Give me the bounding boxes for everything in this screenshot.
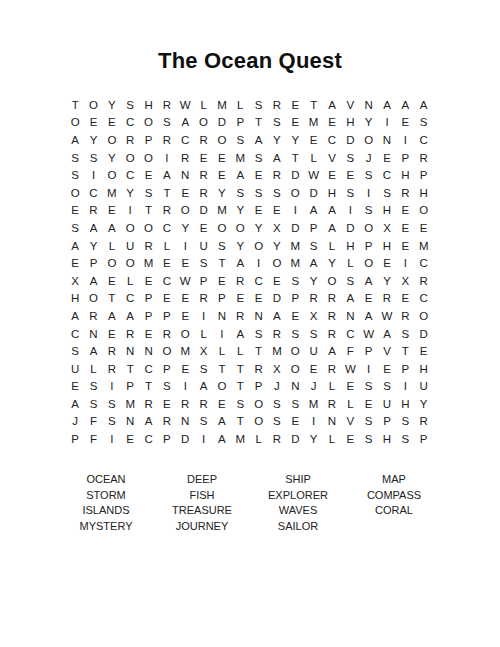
grid-cell-r5c16[interactable]: E [341, 166, 359, 184]
grid-cell-r2c9[interactable]: D [213, 114, 231, 132]
grid-cell-r1c3[interactable]: Y [103, 96, 121, 114]
grid-cell-r14c18[interactable]: A [378, 325, 396, 343]
grid-cell-r18c15[interactable]: R [323, 395, 341, 413]
grid-cell-r12c18[interactable]: R [378, 290, 396, 308]
grid-cell-r18c13[interactable]: S [286, 395, 304, 413]
grid-cell-r8c2[interactable]: A [84, 219, 102, 237]
grid-cell-r20c19[interactable]: S [396, 430, 414, 448]
grid-cell-r4c3[interactable]: Y [103, 149, 121, 167]
grid-cell-r18c4[interactable]: M [121, 395, 139, 413]
grid-cell-r6c15[interactable]: H [323, 184, 341, 202]
grid-cell-r15c17[interactable]: P [360, 342, 378, 360]
grid-cell-r12c9[interactable]: P [213, 290, 231, 308]
grid-cell-r2c3[interactable]: E [103, 114, 121, 132]
grid-cell-r15c14[interactable]: U [304, 342, 322, 360]
grid-cell-r18c20[interactable]: Y [415, 395, 433, 413]
grid-cell-r6c3[interactable]: M [103, 184, 121, 202]
grid-cell-r3c15[interactable]: C [323, 131, 341, 149]
grid-cell-r12c20[interactable]: C [415, 290, 433, 308]
grid-cell-r2c8[interactable]: O [194, 114, 212, 132]
grid-cell-r1c20[interactable]: A [415, 96, 433, 114]
grid-cell-r20c8[interactable]: I [194, 430, 212, 448]
grid-cell-r15c2[interactable]: A [84, 342, 102, 360]
grid-cell-r5c20[interactable]: P [415, 166, 433, 184]
grid-cell-r7c14[interactable]: A [304, 202, 322, 220]
grid-cell-r9c2[interactable]: Y [84, 237, 102, 255]
grid-cell-r20c18[interactable]: H [378, 430, 396, 448]
grid-cell-r19c11[interactable]: O [249, 413, 267, 431]
grid-cell-r5c19[interactable]: H [396, 166, 414, 184]
grid-cell-r19c15[interactable]: N [323, 413, 341, 431]
grid-cell-r10c10[interactable]: A [231, 254, 249, 272]
grid-cell-r14c3[interactable]: E [103, 325, 121, 343]
grid-cell-r6c18[interactable]: S [378, 184, 396, 202]
grid-cell-r16c11[interactable]: R [249, 360, 267, 378]
grid-cell-r11c11[interactable]: C [249, 272, 267, 290]
grid-cell-r13c2[interactable]: R [84, 307, 102, 325]
grid-cell-r16c2[interactable]: L [84, 360, 102, 378]
grid-cell-r14c1[interactable]: C [66, 325, 84, 343]
grid-cell-r11c10[interactable]: R [231, 272, 249, 290]
grid-cell-r16c18[interactable]: E [378, 360, 396, 378]
grid-cell-r10c16[interactable]: L [341, 254, 359, 272]
grid-cell-r20c11[interactable]: L [249, 430, 267, 448]
grid-cell-r15c7[interactable]: M [176, 342, 194, 360]
grid-cell-r20c3[interactable]: I [103, 430, 121, 448]
grid-cell-r14c12[interactable]: R [268, 325, 286, 343]
grid-cell-r11c6[interactable]: C [158, 272, 176, 290]
grid-cell-r7c6[interactable]: R [158, 202, 176, 220]
grid-cell-r7c1[interactable]: E [66, 202, 84, 220]
grid-cell-r5c17[interactable]: S [360, 166, 378, 184]
grid-cell-r7c2[interactable]: R [84, 202, 102, 220]
grid-cell-r17c17[interactable]: S [360, 378, 378, 396]
grid-cell-r3c11[interactable]: A [249, 131, 267, 149]
grid-cell-r9c17[interactable]: P [360, 237, 378, 255]
grid-cell-r10c13[interactable]: M [286, 254, 304, 272]
grid-cell-r8c14[interactable]: P [304, 219, 322, 237]
grid-cell-r2c14[interactable]: M [304, 114, 322, 132]
grid-cell-r9c19[interactable]: E [396, 237, 414, 255]
grid-cell-r12c17[interactable]: E [360, 290, 378, 308]
grid-cell-r4c1[interactable]: S [66, 149, 84, 167]
grid-cell-r3c20[interactable]: C [415, 131, 433, 149]
grid-cell-r12c3[interactable]: T [103, 290, 121, 308]
grid-cell-r5c1[interactable]: S [66, 166, 84, 184]
grid-cell-r16c7[interactable]: E [176, 360, 194, 378]
grid-cell-r16c1[interactable]: U [66, 360, 84, 378]
grid-cell-r14c17[interactable]: W [360, 325, 378, 343]
grid-cell-r5c15[interactable]: E [323, 166, 341, 184]
grid-cell-r17c6[interactable]: S [158, 378, 176, 396]
grid-cell-r15c1[interactable]: S [66, 342, 84, 360]
grid-cell-r4c15[interactable]: V [323, 149, 341, 167]
grid-cell-r3c8[interactable]: R [194, 131, 212, 149]
grid-cell-r4c4[interactable]: O [121, 149, 139, 167]
grid-cell-r5c3[interactable]: O [103, 166, 121, 184]
grid-cell-r2c1[interactable]: O [66, 114, 84, 132]
grid-cell-r14c7[interactable]: O [176, 325, 194, 343]
grid-cell-r13c12[interactable]: A [268, 307, 286, 325]
grid-cell-r19c19[interactable]: S [396, 413, 414, 431]
grid-cell-r17c12[interactable]: J [268, 378, 286, 396]
grid-cell-r2c18[interactable]: I [378, 114, 396, 132]
grid-cell-r11c13[interactable]: S [286, 272, 304, 290]
grid-cell-r3c19[interactable]: I [396, 131, 414, 149]
grid-cell-r10c8[interactable]: S [194, 254, 212, 272]
grid-cell-r16c19[interactable]: P [396, 360, 414, 378]
grid-cell-r5c10[interactable]: A [231, 166, 249, 184]
grid-cell-r10c18[interactable]: E [378, 254, 396, 272]
grid-cell-r6c19[interactable]: R [396, 184, 414, 202]
grid-cell-r18c11[interactable]: O [249, 395, 267, 413]
grid-cell-r19c4[interactable]: N [121, 413, 139, 431]
grid-cell-r3c13[interactable]: Y [286, 131, 304, 149]
grid-cell-r14c4[interactable]: R [121, 325, 139, 343]
grid-cell-r4c6[interactable]: I [158, 149, 176, 167]
grid-cell-r7c7[interactable]: O [176, 202, 194, 220]
grid-cell-r6c2[interactable]: C [84, 184, 102, 202]
grid-cell-r9c11[interactable]: O [249, 237, 267, 255]
grid-cell-r10c9[interactable]: T [213, 254, 231, 272]
grid-cell-r10c2[interactable]: P [84, 254, 102, 272]
grid-cell-r20c12[interactable]: R [268, 430, 286, 448]
grid-cell-r1c9[interactable]: M [213, 96, 231, 114]
grid-cell-r18c14[interactable]: M [304, 395, 322, 413]
grid-cell-r7c19[interactable]: E [396, 202, 414, 220]
grid-cell-r5c4[interactable]: C [121, 166, 139, 184]
grid-cell-r17c15[interactable]: L [323, 378, 341, 396]
grid-cell-r17c1[interactable]: E [66, 378, 84, 396]
grid-cell-r1c13[interactable]: E [286, 96, 304, 114]
grid-cell-r9c8[interactable]: U [194, 237, 212, 255]
grid-cell-r4c5[interactable]: O [139, 149, 157, 167]
grid-cell-r8c10[interactable]: O [231, 219, 249, 237]
grid-cell-r18c6[interactable]: E [158, 395, 176, 413]
grid-cell-r19c16[interactable]: V [341, 413, 359, 431]
grid-cell-r1c19[interactable]: A [396, 96, 414, 114]
grid-cell-r2c2[interactable]: E [84, 114, 102, 132]
grid-cell-r17c2[interactable]: S [84, 378, 102, 396]
grid-cell-r8c1[interactable]: S [66, 219, 84, 237]
grid-cell-r12c14[interactable]: R [304, 290, 322, 308]
grid-cell-r8c7[interactable]: Y [176, 219, 194, 237]
grid-cell-r15c4[interactable]: N [121, 342, 139, 360]
grid-cell-r20c20[interactable]: P [415, 430, 433, 448]
grid-cell-r16c4[interactable]: T [121, 360, 139, 378]
grid-cell-r6c5[interactable]: S [139, 184, 157, 202]
grid-cell-r19c2[interactable]: F [84, 413, 102, 431]
grid-cell-r11c2[interactable]: A [84, 272, 102, 290]
grid-cell-r1c7[interactable]: W [176, 96, 194, 114]
grid-cell-r5c9[interactable]: E [213, 166, 231, 184]
grid-cell-r13c18[interactable]: W [378, 307, 396, 325]
grid-cell-r15c9[interactable]: L [213, 342, 231, 360]
grid-cell-r1c1[interactable]: T [66, 96, 84, 114]
grid-cell-r9c3[interactable]: L [103, 237, 121, 255]
grid-cell-r14c20[interactable]: D [415, 325, 433, 343]
grid-cell-r15c5[interactable]: N [139, 342, 157, 360]
grid-cell-r5c12[interactable]: R [268, 166, 286, 184]
grid-cell-r18c3[interactable]: S [103, 395, 121, 413]
grid-cell-r17c20[interactable]: U [415, 378, 433, 396]
grid-cell-r20c13[interactable]: D [286, 430, 304, 448]
grid-cell-r10c17[interactable]: O [360, 254, 378, 272]
grid-cell-r2c19[interactable]: E [396, 114, 414, 132]
grid-cell-r16c14[interactable]: E [304, 360, 322, 378]
grid-cell-r7c13[interactable]: I [286, 202, 304, 220]
grid-cell-r17c19[interactable]: I [396, 378, 414, 396]
grid-cell-r1c12[interactable]: R [268, 96, 286, 114]
grid-cell-r6c1[interactable]: O [66, 184, 84, 202]
grid-cell-r12c15[interactable]: R [323, 290, 341, 308]
grid-cell-r1c16[interactable]: V [341, 96, 359, 114]
grid-cell-r7c8[interactable]: D [194, 202, 212, 220]
grid-cell-r14c9[interactable]: I [213, 325, 231, 343]
grid-cell-r9c13[interactable]: M [286, 237, 304, 255]
grid-cell-r10c14[interactable]: A [304, 254, 322, 272]
grid-cell-r1c17[interactable]: N [360, 96, 378, 114]
grid-cell-r12c4[interactable]: C [121, 290, 139, 308]
grid-cell-r10c4[interactable]: O [121, 254, 139, 272]
grid-cell-r14c16[interactable]: C [341, 325, 359, 343]
grid-cell-r7c15[interactable]: A [323, 202, 341, 220]
grid-cell-r6c20[interactable]: H [415, 184, 433, 202]
grid-cell-r14c2[interactable]: N [84, 325, 102, 343]
grid-cell-r4c2[interactable]: S [84, 149, 102, 167]
grid-cell-r12c5[interactable]: P [139, 290, 157, 308]
grid-cell-r4c11[interactable]: S [249, 149, 267, 167]
grid-cell-r5c6[interactable]: A [158, 166, 176, 184]
grid-cell-r7c9[interactable]: M [213, 202, 231, 220]
grid-cell-r12c6[interactable]: E [158, 290, 176, 308]
grid-cell-r18c9[interactable]: E [213, 395, 231, 413]
grid-cell-r19c9[interactable]: A [213, 413, 231, 431]
grid-cell-r13c9[interactable]: N [213, 307, 231, 325]
grid-cell-r7c18[interactable]: H [378, 202, 396, 220]
grid-cell-r15c13[interactable]: O [286, 342, 304, 360]
grid-cell-r13c8[interactable]: I [194, 307, 212, 325]
grid-cell-r7c3[interactable]: E [103, 202, 121, 220]
grid-cell-r4c16[interactable]: S [341, 149, 359, 167]
grid-cell-r8c20[interactable]: E [415, 219, 433, 237]
grid-cell-r20c14[interactable]: Y [304, 430, 322, 448]
grid-cell-r12c7[interactable]: E [176, 290, 194, 308]
grid-cell-r11c12[interactable]: E [268, 272, 286, 290]
grid-cell-r3c2[interactable]: Y [84, 131, 102, 149]
grid-cell-r18c8[interactable]: R [194, 395, 212, 413]
grid-cell-r13c1[interactable]: A [66, 307, 84, 325]
grid-cell-r20c5[interactable]: C [139, 430, 157, 448]
grid-cell-r1c2[interactable]: O [84, 96, 102, 114]
grid-cell-r7c17[interactable]: S [360, 202, 378, 220]
grid-cell-r16c15[interactable]: R [323, 360, 341, 378]
grid-cell-r8c8[interactable]: E [194, 219, 212, 237]
grid-cell-r13c3[interactable]: A [103, 307, 121, 325]
grid-cell-r2c7[interactable]: A [176, 114, 194, 132]
grid-cell-r18c1[interactable]: A [66, 395, 84, 413]
grid-cell-r12c10[interactable]: E [231, 290, 249, 308]
grid-cell-r9c4[interactable]: U [121, 237, 139, 255]
grid-cell-r16c12[interactable]: X [268, 360, 286, 378]
grid-cell-r18c12[interactable]: S [268, 395, 286, 413]
grid-cell-r20c17[interactable]: S [360, 430, 378, 448]
grid-cell-r19c3[interactable]: S [103, 413, 121, 431]
grid-cell-r15c11[interactable]: T [249, 342, 267, 360]
grid-cell-r5c2[interactable]: I [84, 166, 102, 184]
grid-cell-r12c1[interactable]: H [66, 290, 84, 308]
grid-cell-r18c17[interactable]: E [360, 395, 378, 413]
grid-cell-r4c17[interactable]: J [360, 149, 378, 167]
grid-cell-r16c5[interactable]: C [139, 360, 157, 378]
grid-cell-r3c7[interactable]: C [176, 131, 194, 149]
grid-cell-r20c1[interactable]: P [66, 430, 84, 448]
grid-cell-r13c16[interactable]: N [341, 307, 359, 325]
grid-cell-r10c12[interactable]: O [268, 254, 286, 272]
grid-cell-r16c8[interactable]: S [194, 360, 212, 378]
grid-cell-r1c14[interactable]: T [304, 96, 322, 114]
grid-cell-r6c17[interactable]: I [360, 184, 378, 202]
grid-cell-r14c11[interactable]: S [249, 325, 267, 343]
grid-cell-r17c8[interactable]: A [194, 378, 212, 396]
grid-cell-r16c20[interactable]: H [415, 360, 433, 378]
grid-cell-r20c4[interactable]: E [121, 430, 139, 448]
grid-cell-r15c8[interactable]: X [194, 342, 212, 360]
grid-cell-r11c7[interactable]: W [176, 272, 194, 290]
grid-cell-r4c14[interactable]: L [304, 149, 322, 167]
grid-cell-r1c4[interactable]: S [121, 96, 139, 114]
grid-cell-r2c20[interactable]: S [415, 114, 433, 132]
grid-cell-r12c11[interactable]: E [249, 290, 267, 308]
grid-cell-r11c9[interactable]: E [213, 272, 231, 290]
grid-cell-r13c15[interactable]: R [323, 307, 341, 325]
grid-cell-r9c1[interactable]: A [66, 237, 84, 255]
grid-cell-r7c11[interactable]: E [249, 202, 267, 220]
grid-cell-r6c11[interactable]: S [249, 184, 267, 202]
grid-cell-r15c3[interactable]: R [103, 342, 121, 360]
grid-cell-r9c9[interactable]: S [213, 237, 231, 255]
grid-cell-r12c12[interactable]: D [268, 290, 286, 308]
grid-cell-r20c10[interactable]: M [231, 430, 249, 448]
grid-cell-r6c9[interactable]: Y [213, 184, 231, 202]
grid-cell-r20c6[interactable]: P [158, 430, 176, 448]
grid-cell-r17c13[interactable]: N [286, 378, 304, 396]
grid-cell-r16c16[interactable]: W [341, 360, 359, 378]
grid-cell-r17c10[interactable]: T [231, 378, 249, 396]
grid-cell-r3c5[interactable]: P [139, 131, 157, 149]
grid-cell-r13c4[interactable]: A [121, 307, 139, 325]
grid-cell-r2c4[interactable]: C [121, 114, 139, 132]
grid-cell-r5c5[interactable]: E [139, 166, 157, 184]
grid-cell-r9c5[interactable]: R [139, 237, 157, 255]
grid-cell-r15c12[interactable]: M [268, 342, 286, 360]
grid-cell-r15c15[interactable]: A [323, 342, 341, 360]
grid-cell-r11c4[interactable]: L [121, 272, 139, 290]
grid-cell-r4c18[interactable]: E [378, 149, 396, 167]
grid-cell-r18c2[interactable]: S [84, 395, 102, 413]
grid-cell-r8c4[interactable]: O [121, 219, 139, 237]
grid-cell-r6c6[interactable]: T [158, 184, 176, 202]
grid-cell-r9c20[interactable]: M [415, 237, 433, 255]
grid-cell-r19c13[interactable]: E [286, 413, 304, 431]
grid-cell-r13c17[interactable]: A [360, 307, 378, 325]
grid-cell-r14c19[interactable]: S [396, 325, 414, 343]
grid-cell-r14c13[interactable]: S [286, 325, 304, 343]
grid-cell-r6c12[interactable]: S [268, 184, 286, 202]
grid-cell-r19c12[interactable]: S [268, 413, 286, 431]
grid-cell-r10c19[interactable]: I [396, 254, 414, 272]
grid-cell-r2c16[interactable]: H [341, 114, 359, 132]
grid-cell-r2c12[interactable]: S [268, 114, 286, 132]
grid-cell-r3c16[interactable]: D [341, 131, 359, 149]
grid-cell-r13c11[interactable]: N [249, 307, 267, 325]
grid-cell-r9c18[interactable]: H [378, 237, 396, 255]
grid-cell-r8c17[interactable]: O [360, 219, 378, 237]
grid-cell-r19c6[interactable]: R [158, 413, 176, 431]
grid-cell-r2c5[interactable]: O [139, 114, 157, 132]
grid-cell-r9c10[interactable]: Y [231, 237, 249, 255]
grid-cell-r15c18[interactable]: V [378, 342, 396, 360]
grid-cell-r13c14[interactable]: X [304, 307, 322, 325]
grid-cell-r8c15[interactable]: A [323, 219, 341, 237]
grid-cell-r16c17[interactable]: I [360, 360, 378, 378]
grid-cell-r13c19[interactable]: R [396, 307, 414, 325]
grid-cell-r18c18[interactable]: U [378, 395, 396, 413]
grid-cell-r10c11[interactable]: I [249, 254, 267, 272]
grid-cell-r7c10[interactable]: Y [231, 202, 249, 220]
grid-cell-r12c16[interactable]: A [341, 290, 359, 308]
grid-cell-r18c7[interactable]: R [176, 395, 194, 413]
grid-cell-r5c14[interactable]: W [304, 166, 322, 184]
grid-cell-r14c8[interactable]: L [194, 325, 212, 343]
grid-cell-r9c15[interactable]: L [323, 237, 341, 255]
grid-cell-r11c17[interactable]: A [360, 272, 378, 290]
grid-cell-r8c9[interactable]: O [213, 219, 231, 237]
grid-cell-r19c10[interactable]: T [231, 413, 249, 431]
grid-cell-r9c6[interactable]: L [158, 237, 176, 255]
grid-cell-r2c17[interactable]: Y [360, 114, 378, 132]
grid-cell-r1c8[interactable]: L [194, 96, 212, 114]
grid-cell-r17c16[interactable]: E [341, 378, 359, 396]
grid-cell-r16c13[interactable]: O [286, 360, 304, 378]
grid-cell-r19c7[interactable]: N [176, 413, 194, 431]
grid-cell-r8c19[interactable]: E [396, 219, 414, 237]
grid-cell-r4c13[interactable]: T [286, 149, 304, 167]
grid-cell-r11c18[interactable]: Y [378, 272, 396, 290]
grid-cell-r3c10[interactable]: S [231, 131, 249, 149]
grid-cell-r11c16[interactable]: S [341, 272, 359, 290]
grid-cell-r7c16[interactable]: I [341, 202, 359, 220]
grid-cell-r15c16[interactable]: F [341, 342, 359, 360]
grid-cell-r10c1[interactable]: E [66, 254, 84, 272]
grid-cell-r13c6[interactable]: P [158, 307, 176, 325]
grid-cell-r10c20[interactable]: C [415, 254, 433, 272]
grid-cell-r20c16[interactable]: E [341, 430, 359, 448]
grid-cell-r3c17[interactable]: O [360, 131, 378, 149]
grid-cell-r5c11[interactable]: E [249, 166, 267, 184]
grid-cell-r4c9[interactable]: E [213, 149, 231, 167]
grid-cell-r13c5[interactable]: P [139, 307, 157, 325]
grid-cell-r13c7[interactable]: E [176, 307, 194, 325]
grid-cell-r3c12[interactable]: Y [268, 131, 286, 149]
grid-cell-r11c8[interactable]: P [194, 272, 212, 290]
grid-cell-r4c8[interactable]: E [194, 149, 212, 167]
grid-cell-r2c10[interactable]: P [231, 114, 249, 132]
grid-cell-r19c18[interactable]: P [378, 413, 396, 431]
grid-cell-r12c13[interactable]: P [286, 290, 304, 308]
grid-cell-r16c10[interactable]: T [231, 360, 249, 378]
grid-cell-r9c7[interactable]: I [176, 237, 194, 255]
